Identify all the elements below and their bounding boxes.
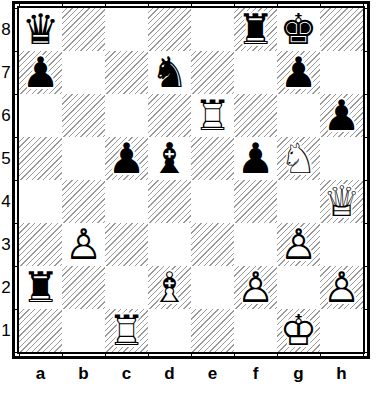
black-rook: ♜ bbox=[19, 266, 62, 309]
square-h8[interactable] bbox=[320, 8, 363, 51]
square-g1[interactable]: ♚♔ bbox=[277, 309, 320, 352]
rank-label-1: 1 bbox=[0, 309, 12, 352]
square-c8[interactable] bbox=[105, 8, 148, 51]
rank-label-4: 4 bbox=[0, 180, 12, 223]
piece-outline-glyph: ♙ bbox=[277, 223, 320, 266]
board-inner-border: ♛♜♚♟♞♟♜♖♟♟♝♟♞♘♛♕♟♙♟♙♜♝♗♟♙♟♙♜♖♚♔ bbox=[17, 6, 365, 354]
white-pawn: ♟♙ bbox=[277, 223, 320, 266]
piece-glyph: ♟ bbox=[320, 94, 363, 137]
black-pawn: ♟ bbox=[277, 51, 320, 94]
square-f8[interactable]: ♜ bbox=[234, 8, 277, 51]
rank-labels: 87654321 bbox=[0, 8, 12, 352]
piece-outline-glyph: ♔ bbox=[277, 309, 320, 352]
piece-outline-glyph: ♖ bbox=[105, 309, 148, 352]
black-king: ♚ bbox=[277, 8, 320, 51]
chess-board: ♛♜♚♟♞♟♜♖♟♟♝♟♞♘♛♕♟♙♟♙♜♝♗♟♙♟♙♜♖♚♔ bbox=[19, 8, 363, 352]
piece-glyph: ♟ bbox=[105, 137, 148, 180]
white-pawn: ♟♙ bbox=[234, 266, 277, 309]
white-knight: ♞♘ bbox=[277, 137, 320, 180]
square-g8[interactable]: ♚ bbox=[277, 8, 320, 51]
square-e6[interactable]: ♜♖ bbox=[191, 94, 234, 137]
square-c1[interactable]: ♜♖ bbox=[105, 309, 148, 352]
piece-outline-glyph: ♖ bbox=[191, 94, 234, 137]
piece-glyph: ♟ bbox=[277, 51, 320, 94]
black-rook: ♜ bbox=[234, 8, 277, 51]
black-bishop: ♝ bbox=[148, 137, 191, 180]
square-e4[interactable] bbox=[191, 180, 234, 223]
rank-label-3: 3 bbox=[0, 223, 12, 266]
black-knight: ♞ bbox=[148, 51, 191, 94]
square-b4[interactable] bbox=[62, 180, 105, 223]
piece-glyph: ♟ bbox=[19, 51, 62, 94]
white-rook: ♜♖ bbox=[191, 94, 234, 137]
square-g5[interactable]: ♞♘ bbox=[277, 137, 320, 180]
white-rook: ♜♖ bbox=[105, 309, 148, 352]
piece-outline-glyph: ♙ bbox=[62, 223, 105, 266]
square-f1[interactable] bbox=[234, 309, 277, 352]
square-c6[interactable] bbox=[105, 94, 148, 137]
piece-glyph: ♚ bbox=[277, 8, 320, 51]
square-a4[interactable] bbox=[19, 180, 62, 223]
square-c5[interactable]: ♟ bbox=[105, 137, 148, 180]
square-e8[interactable] bbox=[191, 8, 234, 51]
square-h4[interactable]: ♛♕ bbox=[320, 180, 363, 223]
piece-outline-glyph: ♙ bbox=[320, 266, 363, 309]
piece-glyph: ♛ bbox=[19, 8, 62, 51]
square-a1[interactable] bbox=[19, 309, 62, 352]
chess-diagram: 87654321 ♛♜♚♟♞♟♜♖♟♟♝♟♞♘♛♕♟♙♟♙♜♝♗♟♙♟♙♜♖♚♔… bbox=[0, 0, 387, 394]
white-king: ♚♔ bbox=[277, 309, 320, 352]
square-h1[interactable] bbox=[320, 309, 363, 352]
rank-label-5: 5 bbox=[0, 137, 12, 180]
rank-label-7: 7 bbox=[0, 51, 12, 94]
piece-glyph: ♟ bbox=[234, 137, 277, 180]
piece-outline-glyph: ♙ bbox=[234, 266, 277, 309]
piece-outline-glyph: ♕ bbox=[320, 180, 363, 223]
file-label-b: b bbox=[62, 360, 105, 388]
square-g4[interactable] bbox=[277, 180, 320, 223]
square-d4[interactable] bbox=[148, 180, 191, 223]
white-pawn: ♟♙ bbox=[62, 223, 105, 266]
piece-outline-glyph: ♗ bbox=[148, 266, 191, 309]
black-pawn: ♟ bbox=[19, 51, 62, 94]
file-label-f: f bbox=[234, 360, 277, 388]
file-label-g: g bbox=[277, 360, 320, 388]
piece-glyph: ♜ bbox=[234, 8, 277, 51]
square-g3[interactable]: ♟♙ bbox=[277, 223, 320, 266]
piece-glyph: ♜ bbox=[19, 266, 62, 309]
rank-label-6: 6 bbox=[0, 94, 12, 137]
rank-label-8: 8 bbox=[0, 8, 12, 51]
square-f4[interactable] bbox=[234, 180, 277, 223]
square-f7[interactable] bbox=[234, 51, 277, 94]
square-e2[interactable] bbox=[191, 266, 234, 309]
square-b6[interactable] bbox=[62, 94, 105, 137]
file-label-a: a bbox=[19, 360, 62, 388]
square-d5[interactable]: ♝ bbox=[148, 137, 191, 180]
black-pawn: ♟ bbox=[320, 94, 363, 137]
rank-label-2: 2 bbox=[0, 266, 12, 309]
square-d1[interactable] bbox=[148, 309, 191, 352]
file-label-h: h bbox=[320, 360, 363, 388]
square-c7[interactable] bbox=[105, 51, 148, 94]
square-e1[interactable] bbox=[191, 309, 234, 352]
square-a5[interactable] bbox=[19, 137, 62, 180]
black-pawn: ♟ bbox=[234, 137, 277, 180]
square-g2[interactable] bbox=[277, 266, 320, 309]
square-d6[interactable] bbox=[148, 94, 191, 137]
square-h6[interactable]: ♟ bbox=[320, 94, 363, 137]
square-d7[interactable]: ♞ bbox=[148, 51, 191, 94]
square-a7[interactable]: ♟ bbox=[19, 51, 62, 94]
piece-glyph: ♝ bbox=[148, 137, 191, 180]
square-f3[interactable] bbox=[234, 223, 277, 266]
square-g7[interactable]: ♟ bbox=[277, 51, 320, 94]
square-b8[interactable] bbox=[62, 8, 105, 51]
square-e3[interactable] bbox=[191, 223, 234, 266]
square-c2[interactable] bbox=[105, 266, 148, 309]
square-d8[interactable] bbox=[148, 8, 191, 51]
piece-glyph: ♞ bbox=[148, 51, 191, 94]
square-b5[interactable] bbox=[62, 137, 105, 180]
square-a3[interactable] bbox=[19, 223, 62, 266]
square-h7[interactable] bbox=[320, 51, 363, 94]
black-pawn: ♟ bbox=[105, 137, 148, 180]
file-label-d: d bbox=[148, 360, 191, 388]
square-g6[interactable] bbox=[277, 94, 320, 137]
square-a8[interactable]: ♛ bbox=[19, 8, 62, 51]
square-d3[interactable] bbox=[148, 223, 191, 266]
black-queen: ♛ bbox=[19, 8, 62, 51]
white-queen: ♛♕ bbox=[320, 180, 363, 223]
square-d2[interactable]: ♝♗ bbox=[148, 266, 191, 309]
square-a6[interactable] bbox=[19, 94, 62, 137]
square-a2[interactable]: ♜ bbox=[19, 266, 62, 309]
square-e7[interactable] bbox=[191, 51, 234, 94]
piece-outline-glyph: ♘ bbox=[277, 137, 320, 180]
square-c4[interactable] bbox=[105, 180, 148, 223]
square-c3[interactable] bbox=[105, 223, 148, 266]
square-f2[interactable]: ♟♙ bbox=[234, 266, 277, 309]
square-f5[interactable]: ♟ bbox=[234, 137, 277, 180]
file-label-c: c bbox=[105, 360, 148, 388]
square-b3[interactable]: ♟♙ bbox=[62, 223, 105, 266]
white-pawn: ♟♙ bbox=[320, 266, 363, 309]
square-e5[interactable] bbox=[191, 137, 234, 180]
square-b7[interactable] bbox=[62, 51, 105, 94]
square-h5[interactable] bbox=[320, 137, 363, 180]
file-label-e: e bbox=[191, 360, 234, 388]
white-bishop: ♝♗ bbox=[148, 266, 191, 309]
square-h3[interactable] bbox=[320, 223, 363, 266]
square-b2[interactable] bbox=[62, 266, 105, 309]
file-labels: abcdefgh bbox=[19, 360, 363, 388]
square-f6[interactable] bbox=[234, 94, 277, 137]
board-frame: ♛♜♚♟♞♟♜♖♟♟♝♟♞♘♛♕♟♙♟♙♜♝♗♟♙♟♙♜♖♚♔ bbox=[12, 1, 370, 359]
square-b1[interactable] bbox=[62, 309, 105, 352]
square-h2[interactable]: ♟♙ bbox=[320, 266, 363, 309]
